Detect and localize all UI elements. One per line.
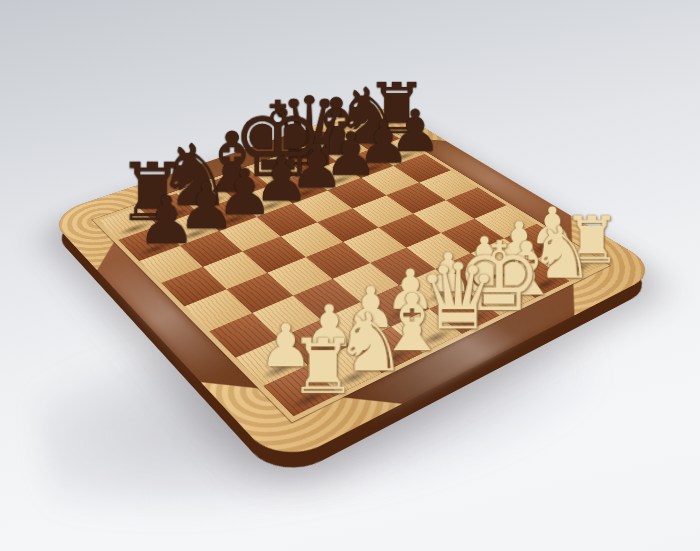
piece-white-rook-a1[interactable]: ♜ [289,329,344,405]
photo-scene: ♜♞♝♚♛♝♞♜♟♟♟♟♟♟♟♟♟♟♟♟♟♟♟♟♜♞♝♛♚♝♞♜ [0,0,700,551]
square-e5[interactable] [317,208,378,242]
piece-black-pawn-a7[interactable]: ♟ [137,187,183,253]
